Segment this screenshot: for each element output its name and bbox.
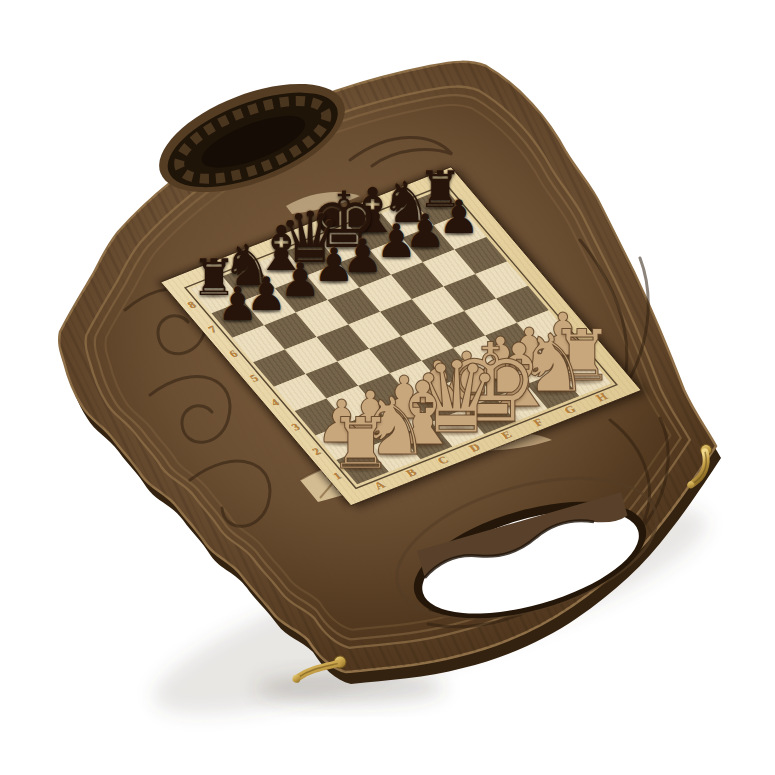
file-label-f: F bbox=[531, 417, 545, 428]
file-label-b: B bbox=[404, 467, 419, 478]
rank-label-5: 5 bbox=[248, 373, 261, 384]
rank-label-7: 7 bbox=[206, 324, 219, 335]
file-label-g: G bbox=[562, 404, 578, 416]
file-label-e: E bbox=[499, 429, 514, 440]
rank-label-4: 4 bbox=[268, 397, 281, 408]
file-label-c: C bbox=[435, 454, 450, 466]
file-label-h: H bbox=[594, 391, 610, 403]
rank-label-2: 2 bbox=[310, 446, 323, 457]
file-label-a: A bbox=[372, 480, 387, 492]
product-photo-chess-case: 87654321ABCDEFGH ♜♞♝♛♚♝♞♜♟♟♟♟♟♟♟♟♟♟♟♟♟♟♟… bbox=[0, 0, 775, 775]
rank-label-8: 8 bbox=[185, 300, 198, 311]
rank-label-1: 1 bbox=[331, 471, 344, 482]
rank-label-6: 6 bbox=[227, 348, 240, 359]
rank-label-3: 3 bbox=[289, 422, 302, 433]
file-label-d: D bbox=[467, 442, 482, 454]
